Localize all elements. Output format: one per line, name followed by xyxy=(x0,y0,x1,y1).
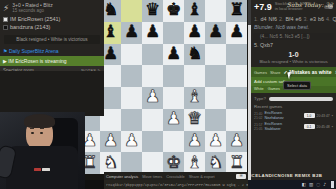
square-c4[interactable] xyxy=(121,87,142,109)
white-rook[interactable]: ♜ xyxy=(229,154,244,171)
recent-game-row[interactable]: 21:4021:02EricRosenNezhdanov1-020:43:47▪ xyxy=(251,110,336,121)
eye xyxy=(31,132,34,134)
white-pawn[interactable]: ♟ xyxy=(103,132,118,149)
black-pawn[interactable]: ♟ xyxy=(166,45,181,62)
game-players: EricRosenStablozer xyxy=(265,122,302,131)
analysis-tabs-bar: Computer analysisMove timesCrosstableSha… xyxy=(104,172,248,180)
result-score: 1-0 xyxy=(251,51,336,58)
white-pawn[interactable]: ♟ xyxy=(208,132,223,149)
black-pawn[interactable]: ♟ xyxy=(103,45,118,62)
square-d8[interactable]: ♛ xyxy=(142,0,163,22)
game-times: 21:4021:02 xyxy=(254,112,263,120)
analysis-tab-crosstable[interactable]: Crosstable xyxy=(166,174,185,179)
square-d3[interactable] xyxy=(142,109,163,131)
white-pawn[interactable]: ♟ xyxy=(166,110,181,127)
square-e7[interactable] xyxy=(163,22,184,44)
move[interactable]: e3 xyxy=(310,16,316,22)
square-d1[interactable] xyxy=(142,152,163,174)
recent-games-header: Recent games xyxy=(251,103,336,110)
analysis-panel: +7.9 Stockfish 14+ NNUE in local browser… xyxy=(251,0,336,180)
blitz-icon: ⚡ xyxy=(3,3,9,13)
black-color-icon xyxy=(3,25,8,30)
square-f4[interactable]: ♝ xyxy=(184,87,205,109)
square-f8[interactable]: ♝ xyxy=(184,0,205,22)
square-h8[interactable]: ♜ xyxy=(226,0,247,22)
game-timestamp: 20:45:48 xyxy=(317,125,330,129)
square-c7[interactable]: ♟ xyxy=(121,22,142,44)
game-meta: ⚡ 3+0 • Rated • Blitz 15 seconds ago xyxy=(0,0,104,15)
streaming-banner[interactable]: ▶ IM EricRosen is streaming xyxy=(0,56,104,66)
black-knight[interactable]: ♞ xyxy=(187,45,202,62)
eyebrow xyxy=(30,128,34,129)
black-bishop[interactable]: ♝ xyxy=(187,1,202,18)
black-pawn[interactable]: ♟ xyxy=(208,23,223,40)
continuation-move[interactable]: 5. Qxb7 xyxy=(251,41,336,49)
square-h5[interactable] xyxy=(226,65,247,87)
square-g1[interactable]: ♞ xyxy=(205,152,226,174)
lock-icon: ▪ xyxy=(332,114,333,118)
white-bishop[interactable]: ♝ xyxy=(187,88,202,105)
move-comment: Blunder. Nc6 was best. xyxy=(254,24,309,30)
webcam-overlay xyxy=(0,112,85,189)
square-f5[interactable] xyxy=(184,65,205,87)
square-c3[interactable] xyxy=(121,109,142,131)
tray-icon[interactable]: ▥ xyxy=(309,182,313,187)
retro-tab-2[interactable]: Share xyxy=(270,70,281,75)
square-h7[interactable]: ♟ xyxy=(226,22,247,44)
move[interactable]: e6 xyxy=(295,16,301,22)
square-d5[interactable] xyxy=(142,65,163,87)
black-pawn[interactable]: ♟ xyxy=(187,23,202,40)
result-block: 1-0 Black resigned • White is victorious xyxy=(251,49,336,67)
white-knight[interactable]: ♞ xyxy=(208,154,223,171)
move[interactable]: d4 xyxy=(261,16,267,22)
move[interactable]: 4. xyxy=(326,16,331,22)
black-player[interactable]: bandzura (2143) xyxy=(3,24,101,32)
black-rook[interactable]: ♜ xyxy=(229,1,244,18)
lock-icon: ▪ xyxy=(332,125,333,129)
result-banner: Black resigned • White is victorious xyxy=(4,35,100,44)
square-e6[interactable]: ♟ xyxy=(163,44,184,66)
black-pawn[interactable]: ♟ xyxy=(229,23,244,40)
black-pawn[interactable]: ♟ xyxy=(124,23,139,40)
square-b2[interactable]: ♟ xyxy=(100,131,121,153)
square-c2[interactable]: ♟ xyxy=(121,131,142,153)
subs-counter-overlay: Subs Today: 32 xyxy=(287,1,333,8)
square-d2[interactable] xyxy=(142,131,163,153)
retro-chip[interactable]: Games xyxy=(268,87,280,91)
board-menu-button[interactable]: ☰ xyxy=(236,174,246,179)
square-g4[interactable] xyxy=(205,87,226,109)
square-g5[interactable] xyxy=(205,65,226,87)
notes-area[interactable] xyxy=(0,71,104,116)
white-knight[interactable]: ♞ xyxy=(103,154,118,171)
square-c6[interactable] xyxy=(121,44,142,66)
tournament-link[interactable]: ⚑ Daily SuperBlitz Arena xyxy=(0,46,104,56)
square-c8[interactable] xyxy=(121,0,142,22)
square-h1[interactable]: ♜ xyxy=(226,152,247,174)
black-king[interactable]: ♚ xyxy=(166,1,181,18)
square-c5[interactable] xyxy=(121,65,142,87)
square-d4[interactable]: ♟ xyxy=(142,87,163,109)
analysis-tab-computer-analysis[interactable]: Computer analysis xyxy=(106,174,138,179)
search-input[interactable] xyxy=(269,97,333,101)
bottom-gap xyxy=(85,180,104,189)
square-h2[interactable]: ♟ xyxy=(226,131,247,153)
black-pawn[interactable]: ♟ xyxy=(145,23,160,40)
move[interactable]: 3. xyxy=(303,16,308,22)
move[interactable]: 1. xyxy=(254,16,259,22)
show-desktop-button[interactable] xyxy=(331,181,334,188)
square-f2[interactable]: ♟ xyxy=(184,131,205,153)
analysis-tab-move-times[interactable]: Move times xyxy=(142,174,162,179)
game-info-panel: ⚡ 3+0 • Rated • Blitz 15 seconds ago IM … xyxy=(0,0,104,116)
stream-screenshot: ♜♞♛♚♝♜♟♝♟♟♟♟♟♟♟♞♟♝♟♛♟♟♟♟♟♟♜♞♚♝♞♜ ⚡ 3+0 •… xyxy=(0,0,336,189)
black-knight[interactable]: ♞ xyxy=(103,1,118,18)
square-h6[interactable] xyxy=(226,44,247,66)
stream-icon: ▶ xyxy=(3,58,7,64)
square-e2[interactable] xyxy=(163,131,184,153)
square-e5[interactable] xyxy=(163,65,184,87)
recent-game-row[interactable]: 21:5721:05EricRosenStablozer0-120:45:48▪ xyxy=(251,121,336,132)
square-d7[interactable]: ♟ xyxy=(142,22,163,44)
players: IM EricRosen (2541) bandzura (2143) xyxy=(0,15,104,33)
eval-score: +7.9 xyxy=(254,2,272,12)
square-b1[interactable]: ♞ xyxy=(100,152,121,174)
retro-tab-1[interactable]: Games xyxy=(254,70,267,75)
square-g6[interactable] xyxy=(205,44,226,66)
tray-icon[interactable]: ♪ xyxy=(323,182,326,187)
learn-mistakes-header[interactable]: Games Share ✓ Mistakes as white ✕ xyxy=(251,67,336,77)
move[interactable]: b6 xyxy=(318,16,324,22)
white-pawn[interactable]: ♟ xyxy=(229,132,244,149)
game-meta-line2: 15 seconds ago xyxy=(12,8,52,14)
square-e8[interactable]: ♚ xyxy=(163,0,184,22)
square-f7[interactable]: ♟ xyxy=(184,22,205,44)
square-f6[interactable]: ♞ xyxy=(184,44,205,66)
chess-board[interactable]: ♜♞♛♚♝♜♟♝♟♟♟♟♟♟♟♞♟♝♟♛♟♟♟♟♟♟♜♞♚♝♞♜ xyxy=(79,0,247,174)
retro-chip[interactable]: White xyxy=(254,87,264,91)
square-g8[interactable] xyxy=(205,0,226,22)
square-f3[interactable]: ♛ xyxy=(184,109,205,131)
search-label: Type? xyxy=(254,96,266,101)
move[interactable]: Qf3 xyxy=(332,16,336,22)
tray-icon[interactable]: ◧ xyxy=(302,182,306,187)
tooltip: Select data xyxy=(283,81,311,90)
shirt-logo xyxy=(42,168,50,171)
white-color-icon xyxy=(3,17,8,22)
white-player[interactable]: IM EricRosen (2541) xyxy=(3,16,101,24)
white-king[interactable]: ♚ xyxy=(166,154,181,171)
shirt-logo xyxy=(34,168,41,171)
square-f1[interactable]: ♝ xyxy=(184,152,205,174)
square-e1[interactable]: ♚ xyxy=(163,152,184,174)
black-bishop[interactable]: ♝ xyxy=(103,23,118,40)
square-c1[interactable] xyxy=(121,152,142,174)
square-g3[interactable] xyxy=(205,109,226,131)
tray-icon[interactable]: ◌ xyxy=(316,182,320,187)
result-text: Black resigned • White is victorious xyxy=(251,59,336,64)
move-list[interactable]: 1.d4Nf62.Bf4e63.e3b64.Qf3Bb7??Blunder. N… xyxy=(251,13,336,32)
black-queen[interactable]: ♛ xyxy=(145,1,160,18)
white-queen[interactable]: ♛ xyxy=(187,110,202,127)
square-d6[interactable] xyxy=(142,44,163,66)
game-result-button[interactable]: 0-1 xyxy=(304,124,315,129)
white-pawn[interactable]: ♟ xyxy=(124,132,139,149)
fen-bar[interactable]: rn1qkb1r/pbpp1ppp/1p2pn2/8/3P1B2/4PQ2/PP… xyxy=(104,180,248,189)
game-times: 21:5721:05 xyxy=(254,123,263,131)
now-playing-overlay: ICELANDICNOISE REMIX B2B xyxy=(250,173,322,178)
eye xyxy=(40,132,43,134)
eyebrow xyxy=(40,128,44,129)
square-h3[interactable] xyxy=(226,109,247,131)
white-pawn[interactable]: ♟ xyxy=(145,88,160,105)
square-g7[interactable]: ♟ xyxy=(205,22,226,44)
streamer-hair xyxy=(24,114,55,128)
square-e4[interactable] xyxy=(163,87,184,109)
taskbar: ◧▥◌♪ xyxy=(248,180,336,189)
variation-line[interactable]: (4... Nc6 5. Nc3 e5 [...]) xyxy=(253,33,334,40)
move[interactable]: Nf6 xyxy=(269,16,277,22)
trophy-icon: ⚑ xyxy=(3,48,7,54)
move[interactable]: Bf4 xyxy=(285,16,293,22)
square-h4[interactable] xyxy=(226,87,247,109)
game-players: EricRosenNezhdanov xyxy=(265,111,302,120)
white-bishop[interactable]: ♝ xyxy=(187,154,202,171)
search-row: Type? xyxy=(251,93,336,103)
move[interactable]: 2. xyxy=(279,16,284,22)
game-result-button[interactable]: 1-0 xyxy=(304,113,315,118)
square-g2[interactable]: ♟ xyxy=(205,131,226,153)
recent-games-list: 21:4021:02EricRosenNezhdanov1-020:43:47▪… xyxy=(251,110,336,132)
white-pawn[interactable]: ♟ xyxy=(187,132,202,149)
game-timestamp: 20:43:47 xyxy=(317,114,330,118)
square-e3[interactable]: ♟ xyxy=(163,109,184,131)
analysis-tab-share-export[interactable]: Share & export xyxy=(189,174,215,179)
